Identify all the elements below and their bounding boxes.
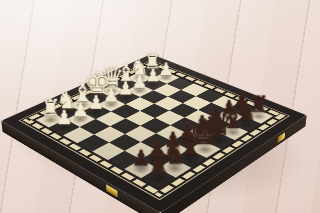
photo-scene: ♜♟♟♜♞♟♟♞♝♟♟♝♛♟♟♛♚♟♟♚♝♟♟♝♞♟♟♞♜♟♟♜ (0, 0, 320, 213)
white-pawn: ♟ (118, 79, 134, 97)
white-pawn: ♟ (88, 93, 105, 112)
white-pawn: ♟ (103, 86, 119, 104)
white-pawn: ♟ (145, 66, 161, 83)
white-pawn: ♟ (56, 107, 73, 126)
white-pawn: ♟ (132, 73, 148, 91)
black-rook: ♜ (147, 151, 171, 178)
white-pawn: ♟ (72, 100, 89, 119)
front-left-brass-clasp (106, 184, 117, 197)
